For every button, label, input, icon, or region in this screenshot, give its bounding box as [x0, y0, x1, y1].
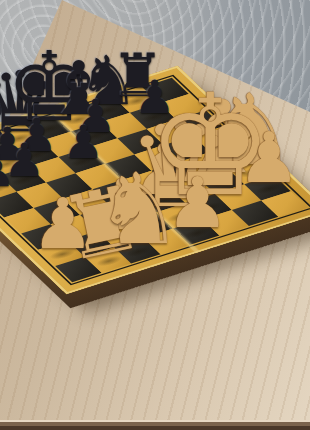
photo-scene: ♝♛♚♝♞♜♟♟♟♟♟♟♟♟♝♞♟♟♛♚♟♜♞♟ [0, 0, 310, 430]
table-front-edge [0, 420, 310, 430]
